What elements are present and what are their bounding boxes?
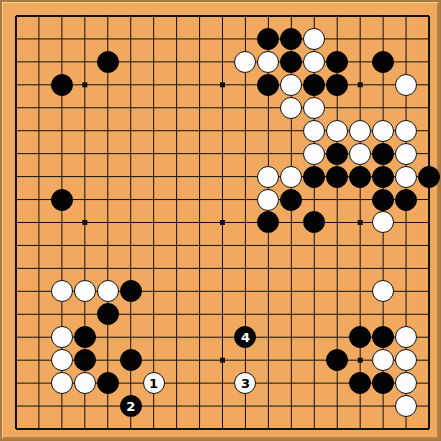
intersection [257, 326, 280, 349]
intersection [188, 188, 211, 211]
intersection [73, 418, 96, 441]
black-stone [372, 372, 394, 394]
board-cells: 4132 [5, 5, 441, 441]
intersection [280, 372, 303, 395]
intersection [73, 188, 96, 211]
white-stone [303, 51, 325, 73]
intersection [165, 280, 188, 303]
intersection [257, 303, 280, 326]
intersection [303, 142, 326, 165]
intersection [96, 395, 119, 418]
intersection [165, 27, 188, 50]
intersection [418, 188, 441, 211]
intersection [188, 211, 211, 234]
white-stone [257, 189, 279, 211]
intersection [257, 418, 280, 441]
intersection [372, 188, 395, 211]
intersection [165, 257, 188, 280]
intersection [418, 372, 441, 395]
intersection [395, 418, 418, 441]
intersection [73, 211, 96, 234]
intersection [73, 372, 96, 395]
white-stone [257, 166, 279, 188]
intersection [188, 5, 211, 28]
intersection [50, 349, 73, 372]
white-stone [395, 143, 417, 165]
white-stone [51, 349, 73, 371]
intersection [211, 395, 234, 418]
intersection [326, 50, 349, 73]
intersection: 1 [142, 372, 165, 395]
intersection [5, 395, 28, 418]
intersection [303, 50, 326, 73]
black-stone [372, 189, 394, 211]
black-stone [303, 211, 325, 233]
intersection [395, 50, 418, 73]
intersection [211, 418, 234, 441]
intersection [372, 234, 395, 257]
intersection [188, 418, 211, 441]
intersection [96, 326, 119, 349]
intersection [27, 372, 50, 395]
intersection [280, 73, 303, 96]
intersection [27, 165, 50, 188]
intersection [119, 326, 142, 349]
intersection [418, 418, 441, 441]
intersection [280, 211, 303, 234]
black-stone [74, 349, 96, 371]
intersection [326, 395, 349, 418]
intersection [349, 303, 372, 326]
intersection [165, 73, 188, 96]
intersection [50, 119, 73, 142]
intersection [372, 395, 395, 418]
intersection [257, 96, 280, 119]
intersection [257, 349, 280, 372]
intersection [303, 27, 326, 50]
white-stone [303, 143, 325, 165]
intersection [165, 326, 188, 349]
intersection [27, 27, 50, 50]
intersection [119, 234, 142, 257]
intersection [257, 50, 280, 73]
intersection [395, 211, 418, 234]
intersection [211, 211, 234, 234]
intersection [27, 96, 50, 119]
black-stone [97, 372, 119, 394]
intersection [303, 234, 326, 257]
intersection [119, 50, 142, 73]
white-stone [395, 120, 417, 142]
intersection [165, 372, 188, 395]
black-stone [120, 280, 142, 302]
intersection [303, 211, 326, 234]
intersection [27, 349, 50, 372]
intersection [96, 96, 119, 119]
white-stone [395, 349, 417, 371]
white-stone [97, 280, 119, 302]
intersection [96, 257, 119, 280]
intersection [418, 395, 441, 418]
intersection [326, 303, 349, 326]
white-stone [395, 326, 417, 348]
intersection [418, 5, 441, 28]
intersection [349, 73, 372, 96]
white-stone [51, 372, 73, 394]
black-stone [51, 74, 73, 96]
black-stone [349, 166, 371, 188]
intersection [142, 257, 165, 280]
intersection [234, 211, 257, 234]
intersection [188, 234, 211, 257]
intersection [5, 5, 28, 28]
intersection [395, 96, 418, 119]
black-stone [326, 143, 348, 165]
intersection [418, 349, 441, 372]
black-stone [349, 372, 371, 394]
intersection [73, 303, 96, 326]
intersection [303, 5, 326, 28]
intersection [257, 211, 280, 234]
intersection [165, 142, 188, 165]
intersection [50, 96, 73, 119]
intersection [119, 119, 142, 142]
intersection [280, 142, 303, 165]
intersection [5, 119, 28, 142]
intersection [372, 5, 395, 28]
intersection [280, 5, 303, 28]
intersection [211, 280, 234, 303]
intersection [234, 303, 257, 326]
intersection [211, 5, 234, 28]
intersection [326, 73, 349, 96]
intersection [211, 349, 234, 372]
intersection [234, 27, 257, 50]
intersection [395, 119, 418, 142]
intersection [395, 188, 418, 211]
intersection [326, 280, 349, 303]
intersection [165, 5, 188, 28]
intersection [119, 418, 142, 441]
intersection [303, 418, 326, 441]
intersection [326, 27, 349, 50]
intersection [257, 372, 280, 395]
white-stone [303, 97, 325, 119]
intersection [303, 165, 326, 188]
intersection [280, 395, 303, 418]
intersection [73, 280, 96, 303]
intersection [234, 50, 257, 73]
intersection [73, 165, 96, 188]
intersection [349, 395, 372, 418]
intersection [234, 418, 257, 441]
intersection [119, 303, 142, 326]
white-stone [51, 280, 73, 302]
intersection [5, 188, 28, 211]
black-stone [257, 28, 279, 50]
intersection [372, 280, 395, 303]
intersection [27, 5, 50, 28]
intersection [395, 280, 418, 303]
intersection [349, 326, 372, 349]
intersection [73, 119, 96, 142]
intersection [326, 5, 349, 28]
intersection [27, 50, 50, 73]
intersection [188, 73, 211, 96]
white-stone [234, 51, 256, 73]
intersection [349, 418, 372, 441]
intersection [280, 349, 303, 372]
intersection [395, 257, 418, 280]
intersection [326, 326, 349, 349]
intersection [165, 50, 188, 73]
intersection [96, 50, 119, 73]
intersection [5, 142, 28, 165]
intersection [395, 303, 418, 326]
intersection [96, 280, 119, 303]
intersection [418, 119, 441, 142]
intersection [27, 395, 50, 418]
intersection [211, 96, 234, 119]
intersection [418, 165, 441, 188]
intersection [303, 73, 326, 96]
intersection [349, 165, 372, 188]
intersection [372, 418, 395, 441]
move-1-white-stone: 1 [143, 372, 165, 394]
intersection [142, 119, 165, 142]
intersection [165, 418, 188, 441]
move-4-black-stone: 4 [234, 326, 256, 348]
intersection [165, 395, 188, 418]
intersection [96, 303, 119, 326]
intersection [50, 326, 73, 349]
intersection [27, 188, 50, 211]
intersection [234, 188, 257, 211]
intersection [188, 326, 211, 349]
intersection [73, 257, 96, 280]
intersection [234, 349, 257, 372]
intersection [418, 96, 441, 119]
white-stone [372, 349, 394, 371]
intersection [234, 257, 257, 280]
intersection [326, 234, 349, 257]
white-stone [303, 120, 325, 142]
intersection [418, 73, 441, 96]
intersection [303, 349, 326, 372]
intersection [5, 27, 28, 50]
intersection [96, 188, 119, 211]
intersection [188, 303, 211, 326]
black-stone [395, 189, 417, 211]
move-3-white-stone: 3 [234, 372, 256, 394]
intersection [188, 50, 211, 73]
intersection [326, 257, 349, 280]
intersection [96, 119, 119, 142]
intersection [165, 96, 188, 119]
intersection [50, 280, 73, 303]
intersection [303, 257, 326, 280]
intersection [211, 119, 234, 142]
intersection [418, 27, 441, 50]
intersection [234, 142, 257, 165]
intersection [5, 280, 28, 303]
intersection [395, 372, 418, 395]
intersection [27, 326, 50, 349]
white-stone [395, 395, 417, 417]
intersection [5, 418, 28, 441]
intersection [326, 372, 349, 395]
intersection [27, 119, 50, 142]
intersection [349, 211, 372, 234]
intersection [119, 349, 142, 372]
intersection [27, 142, 50, 165]
black-stone [303, 74, 325, 96]
intersection [257, 188, 280, 211]
intersection [165, 234, 188, 257]
white-stone [372, 280, 394, 302]
move-2-black-stone: 2 [120, 395, 142, 417]
black-stone [280, 28, 302, 50]
intersection [280, 234, 303, 257]
intersection [303, 326, 326, 349]
intersection [50, 395, 73, 418]
intersection [395, 73, 418, 96]
white-stone [372, 211, 394, 233]
intersection [418, 280, 441, 303]
intersection [142, 280, 165, 303]
intersection [5, 303, 28, 326]
intersection [142, 50, 165, 73]
intersection [418, 211, 441, 234]
intersection [96, 234, 119, 257]
intersection [303, 303, 326, 326]
intersection [395, 395, 418, 418]
intersection [257, 27, 280, 50]
intersection [349, 27, 372, 50]
intersection [96, 211, 119, 234]
black-stone [97, 51, 119, 73]
intersection [50, 142, 73, 165]
white-stone [257, 51, 279, 73]
intersection [50, 303, 73, 326]
intersection [257, 234, 280, 257]
intersection [27, 303, 50, 326]
intersection [349, 188, 372, 211]
black-stone [326, 51, 348, 73]
intersection [280, 188, 303, 211]
intersection [395, 349, 418, 372]
intersection [5, 96, 28, 119]
white-stone [395, 74, 417, 96]
intersection [96, 5, 119, 28]
intersection [372, 211, 395, 234]
intersection [96, 418, 119, 441]
intersection [119, 165, 142, 188]
intersection [326, 165, 349, 188]
intersection [142, 73, 165, 96]
intersection [303, 96, 326, 119]
intersection [349, 280, 372, 303]
intersection [5, 257, 28, 280]
intersection [280, 418, 303, 441]
black-stone [372, 166, 394, 188]
intersection [5, 326, 28, 349]
intersection [372, 119, 395, 142]
intersection [142, 96, 165, 119]
intersection [349, 234, 372, 257]
intersection [96, 142, 119, 165]
intersection [50, 257, 73, 280]
intersection [73, 234, 96, 257]
intersection [142, 165, 165, 188]
intersection [280, 50, 303, 73]
intersection [372, 73, 395, 96]
intersection [188, 257, 211, 280]
intersection [50, 372, 73, 395]
intersection [326, 119, 349, 142]
intersection [395, 142, 418, 165]
intersection [234, 73, 257, 96]
intersection [73, 142, 96, 165]
intersection [188, 280, 211, 303]
intersection [142, 418, 165, 441]
intersection [188, 165, 211, 188]
intersection [372, 165, 395, 188]
black-stone [51, 189, 73, 211]
intersection [27, 257, 50, 280]
white-stone [349, 143, 371, 165]
intersection [234, 234, 257, 257]
intersection [280, 303, 303, 326]
white-stone [395, 166, 417, 188]
intersection [234, 280, 257, 303]
intersection [5, 372, 28, 395]
intersection [280, 326, 303, 349]
intersection [257, 257, 280, 280]
intersection [165, 349, 188, 372]
intersection [119, 188, 142, 211]
intersection [372, 142, 395, 165]
intersection [142, 303, 165, 326]
intersection [73, 27, 96, 50]
intersection [119, 257, 142, 280]
intersection [418, 50, 441, 73]
black-stone [326, 166, 348, 188]
intersection [96, 165, 119, 188]
intersection [50, 188, 73, 211]
intersection [73, 73, 96, 96]
intersection [234, 165, 257, 188]
intersection [188, 349, 211, 372]
intersection [211, 188, 234, 211]
intersection [165, 303, 188, 326]
white-stone [280, 74, 302, 96]
white-stone [74, 372, 96, 394]
white-stone [372, 120, 394, 142]
black-stone [372, 51, 394, 73]
intersection [326, 96, 349, 119]
intersection [96, 73, 119, 96]
black-stone [326, 349, 348, 371]
intersection [234, 96, 257, 119]
intersection [142, 142, 165, 165]
intersection [395, 234, 418, 257]
intersection [50, 50, 73, 73]
white-stone [326, 120, 348, 142]
intersection [50, 27, 73, 50]
black-stone [326, 74, 348, 96]
intersection [280, 96, 303, 119]
